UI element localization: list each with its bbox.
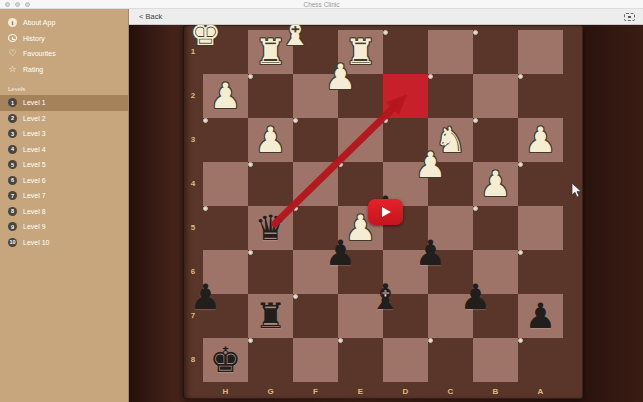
square-a7[interactable]: ♟ <box>518 294 563 338</box>
square-g4[interactable] <box>248 162 253 167</box>
square-c6[interactable]: ♟ <box>428 250 433 255</box>
clock-icon <box>8 34 17 42</box>
back-button[interactable]: < Back <box>139 9 162 25</box>
file-label-e: E <box>338 387 383 396</box>
app-window: Chess Clinic iAbout AppHistory♡Favourite… <box>0 0 643 402</box>
sidebar-item-label: Level 3 <box>23 130 46 137</box>
black-queen-piece[interactable]: ♛ <box>255 206 286 250</box>
square-h5[interactable] <box>203 206 208 211</box>
info-circle-icon: i <box>8 18 17 27</box>
square-a8[interactable] <box>518 338 523 343</box>
sidebar-item-level-7[interactable]: 7Level 7 <box>0 188 128 204</box>
black-rook-piece[interactable]: ♜ <box>255 294 286 338</box>
sidebar-item-label: Favourites <box>23 50 56 57</box>
square-c4[interactable]: ♟ <box>428 162 433 167</box>
sidebar-item-level-2[interactable]: 2Level 2 <box>0 111 128 127</box>
mouse-cursor <box>571 183 583 199</box>
level-number-icon: 2 <box>8 114 17 123</box>
sidebar-nav: iAbout AppHistory♡Favourites☆Rating <box>0 15 128 77</box>
toolbar: < Back <box>129 9 643 25</box>
sidebar-item-favourites[interactable]: ♡Favourites <box>0 46 128 62</box>
square-b4[interactable]: ♟ <box>473 162 518 206</box>
sidebar-item-level-4[interactable]: 4Level 4 <box>0 142 128 158</box>
level-number-icon: 4 <box>8 145 17 154</box>
square-a2[interactable] <box>518 74 523 79</box>
square-f7[interactable] <box>293 294 298 299</box>
sidebar-item-label: Level 7 <box>23 192 46 199</box>
sidebar-item-about-app[interactable]: iAbout App <box>0 15 128 31</box>
level-number-icon: 6 <box>8 176 17 185</box>
square-e6[interactable]: ♟ <box>338 250 343 255</box>
level-number-icon: 10 <box>8 238 17 247</box>
level-number-icon: 3 <box>8 129 17 138</box>
video-play-button[interactable] <box>368 199 403 225</box>
file-label-h: H <box>203 387 248 396</box>
black-pawn-piece[interactable]: ♟ <box>325 231 356 275</box>
file-label-g: G <box>248 387 293 396</box>
square-b3[interactable] <box>473 118 478 123</box>
square-b5[interactable] <box>473 206 478 211</box>
level-number-icon: 5 <box>8 160 17 169</box>
sidebar-item-label: About App <box>23 19 55 26</box>
square-f1[interactable]: ♝ <box>293 30 298 35</box>
window-title: Chess Clinic <box>0 0 643 9</box>
square-d7[interactable]: ♝ <box>383 294 388 299</box>
sidebar-item-level-8[interactable]: 8Level 8 <box>0 204 128 220</box>
main-content: 12345678 ♚♜♝♜♟♟♟♞♟♟♟♛♟♟♟♟♟♜♝♟♟♚ HGFEDCBA <box>129 25 643 402</box>
level-number-icon: 8 <box>8 207 17 216</box>
square-a1[interactable] <box>518 30 563 74</box>
square-h8[interactable]: ♚ <box>203 338 248 382</box>
black-pawn-piece[interactable]: ♟ <box>460 275 491 319</box>
black-bishop-piece[interactable]: ♝ <box>370 275 401 319</box>
square-b7[interactable]: ♟ <box>473 294 478 299</box>
sidebar-item-level-10[interactable]: 10Level 10 <box>0 235 128 251</box>
square-a6[interactable] <box>518 250 523 255</box>
square-c1[interactable] <box>428 30 473 74</box>
square-b2[interactable] <box>473 74 518 118</box>
square-a4[interactable] <box>518 162 523 167</box>
sidebar-item-label: Level 5 <box>23 161 46 168</box>
sidebar-item-level-3[interactable]: 3Level 3 <box>0 126 128 142</box>
sidebar-item-label: History <box>23 35 45 42</box>
sidebar: iAbout AppHistory♡Favourites☆Rating Leve… <box>0 9 129 402</box>
black-pawn-piece[interactable]: ♟ <box>190 275 221 319</box>
heart-icon: ♡ <box>8 49 17 58</box>
sidebar-item-label: Level 6 <box>23 177 46 184</box>
white-pawn-piece[interactable]: ♟ <box>255 118 286 162</box>
star-icon: ☆ <box>8 65 17 74</box>
sidebar-item-label: Level 8 <box>23 208 46 215</box>
square-h7[interactable]: ♟ <box>203 294 208 299</box>
black-pawn-piece[interactable]: ♟ <box>525 294 556 338</box>
sidebar-item-label: Level 1 <box>23 99 46 106</box>
sidebar-item-label: Level 9 <box>23 223 46 230</box>
square-g5[interactable]: ♛ <box>248 206 293 250</box>
white-pawn-piece[interactable]: ♟ <box>525 118 556 162</box>
square-b8[interactable] <box>473 338 518 382</box>
square-g8[interactable] <box>248 338 253 343</box>
rank-label-4: 4 <box>183 179 203 188</box>
square-e4[interactable] <box>338 162 343 167</box>
square-g3[interactable]: ♟ <box>248 118 293 162</box>
file-label-f: F <box>293 387 338 396</box>
square-g7[interactable]: ♜ <box>248 294 293 338</box>
sidebar-item-level-1[interactable]: 1Level 1 <box>0 95 128 111</box>
square-d3[interactable] <box>383 118 388 123</box>
square-e2[interactable]: ♟ <box>338 74 343 79</box>
square-g6[interactable] <box>248 250 253 255</box>
file-label-a: A <box>518 387 563 396</box>
file-label-d: D <box>383 387 428 396</box>
square-c8[interactable] <box>428 338 433 343</box>
sidebar-levels: 1Level 12Level 23Level 34Level 45Level 5… <box>0 95 128 250</box>
square-h1[interactable]: ♚ <box>203 30 208 35</box>
rank-label-3: 3 <box>183 135 203 144</box>
square-a3[interactable]: ♟ <box>518 118 563 162</box>
black-pawn-piece[interactable]: ♟ <box>415 231 446 275</box>
rank-label-8: 8 <box>183 355 203 364</box>
rank-label-5: 5 <box>183 223 203 232</box>
play-triangle-icon <box>382 207 391 217</box>
sidebar-item-level-5[interactable]: 5Level 5 <box>0 157 128 173</box>
sidebar-item-level-9[interactable]: 9Level 9 <box>0 219 128 235</box>
titlebar: Chess Clinic <box>0 0 643 9</box>
square-e8[interactable] <box>338 338 343 343</box>
sidebar-item-history[interactable]: History <box>0 31 128 47</box>
black-king-piece[interactable]: ♚ <box>210 338 241 382</box>
square-h3[interactable] <box>203 118 208 123</box>
square-f4[interactable] <box>293 162 338 206</box>
level-number-icon: 9 <box>8 222 17 231</box>
square-d2[interactable] <box>383 74 428 118</box>
white-pawn-piece[interactable]: ♟ <box>480 162 511 206</box>
level-number-icon: 1 <box>8 98 17 107</box>
sidebar-item-label: Rating <box>23 66 43 73</box>
sidebar-item-label: Level 4 <box>23 146 46 153</box>
sidebar-item-level-6[interactable]: 6Level 6 <box>0 173 128 189</box>
square-g2[interactable] <box>248 74 253 79</box>
sidebar-item-rating[interactable]: ☆Rating <box>0 62 128 78</box>
square-h4[interactable] <box>203 162 248 206</box>
square-b1[interactable] <box>473 30 478 35</box>
file-label-b: B <box>473 387 518 396</box>
square-d8[interactable] <box>383 338 428 382</box>
square-e3[interactable] <box>338 118 383 162</box>
sidebar-item-label: Level 2 <box>23 115 46 122</box>
white-pawn-piece[interactable]: ♟ <box>325 55 356 99</box>
square-c2[interactable] <box>428 74 433 79</box>
sidebar-item-label: Level 10 <box>23 239 49 246</box>
square-h2[interactable]: ♟ <box>203 74 248 118</box>
sidebar-section-header: Levels <box>0 81 128 95</box>
file-label-c: C <box>428 387 473 396</box>
square-a5[interactable] <box>518 206 563 250</box>
white-pawn-piece[interactable]: ♟ <box>210 74 241 118</box>
fullscreen-icon[interactable] <box>624 13 635 21</box>
square-f8[interactable] <box>293 338 338 382</box>
rank-label-2: 2 <box>183 91 203 100</box>
square-d1[interactable] <box>383 30 388 35</box>
square-f5[interactable] <box>293 206 298 211</box>
square-f3[interactable] <box>293 118 298 123</box>
white-pawn-piece[interactable]: ♟ <box>415 143 446 187</box>
level-number-icon: 7 <box>8 191 17 200</box>
